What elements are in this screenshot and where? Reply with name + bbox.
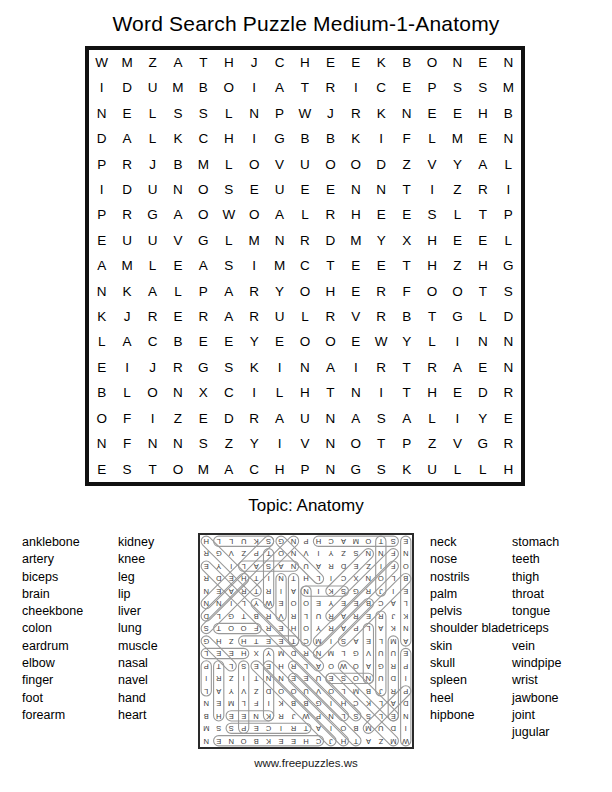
answer-loop	[200, 634, 238, 673]
grid-cell: U	[140, 228, 165, 253]
answer-loop	[263, 549, 273, 609]
site-url: www.freepuzzles.ws	[0, 757, 612, 769]
grid-cell: S	[445, 75, 470, 100]
grid-cell: E	[470, 228, 495, 253]
answer-loop	[276, 574, 286, 622]
grid-cell: H	[496, 457, 521, 482]
grid-cell: O	[343, 152, 368, 177]
grid-cell: B	[165, 152, 190, 177]
grid-cell: A	[394, 406, 419, 431]
grid-cell: G	[191, 228, 216, 253]
grid-cell: E	[191, 406, 216, 431]
grid-cell: E	[369, 253, 394, 278]
grid-cell: E	[343, 279, 368, 304]
word-item: windpipe	[512, 655, 561, 672]
grid-cell: O	[419, 279, 444, 304]
grid-cell: O	[140, 380, 165, 405]
grid-cell: M	[165, 75, 190, 100]
grid-cell: W	[292, 101, 317, 126]
word-item: finger	[22, 672, 83, 689]
word-item: spleen	[430, 672, 512, 689]
grid-cell: L	[445, 202, 470, 227]
grid-cell: F	[114, 431, 139, 456]
grid-cell: R	[165, 355, 190, 380]
grid-cell: O	[318, 152, 343, 177]
grid-cell: H	[419, 253, 444, 278]
grid-cell: J	[114, 304, 139, 329]
grid-cell: H	[216, 50, 241, 75]
grid-cell: R	[496, 380, 521, 405]
grid-cell: O	[241, 202, 266, 227]
grid-cell: U	[267, 177, 292, 202]
grid-cell: B	[394, 50, 419, 75]
grid-cell: E	[343, 330, 368, 355]
grid-cell: L	[114, 380, 139, 405]
word-item: elbow	[22, 655, 83, 672]
grid-cell: S	[496, 279, 521, 304]
grid-cell: N	[496, 50, 521, 75]
word-item: triceps	[512, 620, 561, 637]
grid-cell: E	[165, 253, 190, 278]
word-item: vein	[512, 638, 561, 655]
grid-cell: D	[114, 75, 139, 100]
grid-cell: E	[470, 355, 495, 380]
grid-cell: E	[318, 177, 343, 202]
word-item: anklebone	[22, 534, 83, 551]
grid-cell: E	[470, 126, 495, 151]
grid-cell: L	[140, 126, 165, 151]
answer-loop	[288, 574, 298, 647]
word-item: forearm	[22, 707, 83, 724]
grid-cell: R	[470, 177, 495, 202]
grid-cell: D	[114, 177, 139, 202]
grid-cell: L	[419, 330, 444, 355]
grid-cell: R	[140, 304, 165, 329]
grid-cell: Y	[241, 431, 266, 456]
grid-cell: I	[140, 406, 165, 431]
word-column-4: stomachteeththighthroattonguetricepsvein…	[512, 534, 561, 742]
grid-cell: W	[216, 202, 241, 227]
answer-loop	[201, 661, 211, 696]
grid-cell: G	[445, 304, 470, 329]
answer-loop	[249, 596, 326, 673]
word-item: knee	[118, 551, 158, 568]
grid-cell: L	[140, 101, 165, 126]
grid-cell: E	[369, 202, 394, 227]
grid-cell: J	[241, 50, 266, 75]
word-item: nasal	[118, 655, 158, 672]
word-column-2: kidneykneeleglipliverlungmusclenasalnave…	[118, 534, 158, 724]
answer-loop	[239, 661, 249, 734]
grid-cell: S	[165, 101, 190, 126]
grid-cell: F	[114, 406, 139, 431]
puzzle-page: Word Search Puzzle Medium-1-Anatomy WMZA…	[0, 0, 612, 792]
grid-cell: E	[419, 101, 444, 126]
grid-cell: Y	[241, 330, 266, 355]
grid-cell: R	[114, 152, 139, 177]
grid-cell: E	[445, 101, 470, 126]
grid-cell: I	[343, 355, 368, 380]
grid-cell: L	[216, 228, 241, 253]
word-item: pelvis	[430, 603, 512, 620]
grid-cell: H	[292, 380, 317, 405]
word-item: lip	[118, 586, 158, 603]
grid-cell: V	[445, 431, 470, 456]
grid-cell: O	[241, 152, 266, 177]
grid-cell: J	[140, 355, 165, 380]
grid-cell: E	[445, 380, 470, 405]
grid-cell: L	[267, 380, 292, 405]
grid-cell: K	[369, 50, 394, 75]
grid-cell: O	[191, 177, 216, 202]
grid-cell: A	[216, 279, 241, 304]
grid-cell: R	[419, 355, 444, 380]
word-item: heart	[118, 707, 158, 724]
answer-key-grid: WMZATHJCHEEKBONENIDUMBOIATRICEPSSMNELSSL…	[198, 533, 414, 749]
grid-cell: A	[191, 253, 216, 278]
grid-cell: U	[292, 406, 317, 431]
grid-cell: D	[470, 380, 495, 405]
grid-cell: R	[343, 101, 368, 126]
grid-cell: S	[114, 457, 139, 482]
grid-cell: K	[241, 355, 266, 380]
grid-cell: A	[267, 406, 292, 431]
grid-cell: C	[292, 253, 317, 278]
grid-cell: M	[114, 50, 139, 75]
grid-cell: E	[496, 406, 521, 431]
grid-cell: O	[343, 431, 368, 456]
grid-cell: Z	[445, 253, 470, 278]
grid-cell: I	[496, 177, 521, 202]
grid-cell: I	[445, 406, 470, 431]
grid-cell: K	[165, 126, 190, 151]
grid-cell: G	[267, 126, 292, 151]
grid-cell: C	[191, 126, 216, 151]
grid-cell: L	[496, 228, 521, 253]
grid-cell: O	[216, 75, 241, 100]
answer-loop	[214, 661, 224, 721]
answer-loop	[401, 648, 411, 746]
grid-cell: L	[496, 152, 521, 177]
grid-cell: S	[216, 253, 241, 278]
grid-cell: S	[419, 202, 444, 227]
grid-cell: K	[114, 279, 139, 304]
grid-cell: O	[419, 50, 444, 75]
word-item: nostrils	[430, 569, 512, 586]
word-item: colon	[22, 620, 83, 637]
grid-cell: R	[318, 75, 343, 100]
grid-cell: N	[292, 355, 317, 380]
answer-key-rotated: WMZATHJCHEEKBONENIDUMBOIATRICEPSSMNELSSL…	[200, 535, 412, 747]
grid-cell: I	[241, 380, 266, 405]
grid-cell: B	[191, 75, 216, 100]
grid-cell: L	[140, 253, 165, 278]
word-item: hipbone	[430, 707, 512, 724]
answer-loop	[214, 623, 262, 633]
answer-loop	[401, 536, 411, 646]
grid-cell: N	[89, 101, 114, 126]
grid-cell: E	[267, 330, 292, 355]
grid-cell: M	[191, 152, 216, 177]
grid-cell: M	[191, 457, 216, 482]
grid-cell: A	[89, 253, 114, 278]
word-item: lung	[118, 620, 158, 637]
grid-cell: N	[496, 355, 521, 380]
grid-cell: K	[89, 304, 114, 329]
word-item: skull	[430, 655, 512, 672]
word-column-1: anklebonearterybicepsbraincheekbonecolon…	[22, 534, 83, 724]
grid-cell: S	[216, 355, 241, 380]
grid-cell: T	[394, 355, 419, 380]
grid-cell: A	[445, 355, 470, 380]
grid-cell: V	[267, 152, 292, 177]
grid-cell: B	[292, 126, 317, 151]
grid-cell: N	[369, 177, 394, 202]
word-item: throat	[512, 586, 561, 603]
grid-cell: C	[216, 380, 241, 405]
grid-cell: E	[292, 177, 317, 202]
grid-cell: J	[318, 101, 343, 126]
grid-cell: I	[419, 177, 444, 202]
grid-cell: R	[241, 406, 266, 431]
grid-cell: E	[343, 50, 368, 75]
answer-loop	[226, 711, 274, 721]
grid-cell: V	[292, 431, 317, 456]
grid-cell: P	[496, 202, 521, 227]
grid-cell: I	[89, 75, 114, 100]
grid-cell: U	[140, 177, 165, 202]
grid-cell: C	[140, 330, 165, 355]
grid-cell: U	[267, 304, 292, 329]
grid-cell: I	[343, 75, 368, 100]
word-item: kidney	[118, 534, 158, 551]
word-item: navel	[118, 672, 158, 689]
grid-cell: I	[369, 126, 394, 151]
grid-cell: P	[267, 101, 292, 126]
grid-cell: O	[191, 202, 216, 227]
grid-cell: L	[216, 101, 241, 126]
grid-cell: A	[267, 75, 292, 100]
grid-cell: S	[470, 75, 495, 100]
grid-cell: L	[470, 304, 495, 329]
grid-cell: Y	[445, 152, 470, 177]
grid-cell: T	[369, 431, 394, 456]
grid-cell: L	[419, 126, 444, 151]
grid-cell: E	[216, 330, 241, 355]
word-item: joint	[512, 707, 561, 724]
word-item: teeth	[512, 551, 561, 568]
grid-cell: R	[369, 279, 394, 304]
grid-cell: N	[89, 431, 114, 456]
grid-cell: E	[318, 50, 343, 75]
grid-cell: L	[292, 304, 317, 329]
grid-cell: C	[369, 75, 394, 100]
word-item: foot	[22, 690, 83, 707]
grid-cell: N	[343, 380, 368, 405]
answer-loop	[324, 671, 401, 747]
grid-cell: G	[470, 431, 495, 456]
grid-cell: T	[394, 177, 419, 202]
grid-cell: G	[496, 253, 521, 278]
word-item: palm	[430, 586, 512, 603]
grid-cell: N	[140, 431, 165, 456]
answer-loops	[200, 535, 412, 747]
grid-cell: R	[114, 202, 139, 227]
word-item: leg	[118, 569, 158, 586]
grid-cell: E	[89, 355, 114, 380]
grid-cell: G	[343, 457, 368, 482]
grid-cell: O	[165, 457, 190, 482]
answer-loop	[200, 571, 251, 623]
grid-cell: A	[318, 355, 343, 380]
answer-loop	[311, 559, 400, 648]
word-column-3: necknosenostrilspalmpelvisshoulder blade…	[430, 534, 512, 724]
grid-cell: B	[318, 126, 343, 151]
grid-cell: K	[394, 457, 419, 482]
grid-cell: N	[165, 431, 190, 456]
grid-cell: H	[419, 228, 444, 253]
grid-cell: I	[445, 330, 470, 355]
grid-cell: J	[140, 152, 165, 177]
grid-cell: Z	[394, 152, 419, 177]
grid-cell: E	[165, 304, 190, 329]
grid-cell: N	[496, 330, 521, 355]
grid-cell: T	[318, 253, 343, 278]
grid-cell: E	[343, 253, 368, 278]
grid-cell: T	[318, 380, 343, 405]
word-item: skin	[430, 638, 512, 655]
word-item: nose	[430, 551, 512, 568]
grid-cell: R	[318, 304, 343, 329]
grid-cell: R	[191, 304, 216, 329]
puzzle-title: Word Search Puzzle Medium-1-Anatomy	[0, 12, 612, 36]
grid-cell: T	[419, 304, 444, 329]
word-item: eardrum	[22, 638, 83, 655]
topic-label: Topic: Anatomy	[0, 496, 612, 516]
grid-cell: N	[496, 126, 521, 151]
grid-cell: Y	[369, 228, 394, 253]
grid-cell: P	[89, 152, 114, 177]
grid-cell: I	[241, 253, 266, 278]
grid-cell: O	[445, 279, 470, 304]
grid-cell: Z	[140, 50, 165, 75]
grid-cell: O	[292, 279, 317, 304]
grid-cell: Z	[216, 431, 241, 456]
answer-loop	[324, 546, 401, 623]
grid-cell: I	[241, 75, 266, 100]
grid-cell: V	[419, 152, 444, 177]
grid-cell: O	[318, 330, 343, 355]
answer-loop	[214, 736, 324, 746]
grid-cell: R	[241, 279, 266, 304]
grid-cell: E	[241, 177, 266, 202]
grid-cell: R	[241, 304, 266, 329]
grid-cell: L	[470, 457, 495, 482]
grid-cell: A	[114, 126, 139, 151]
word-item: cheekbone	[22, 603, 83, 620]
grid-cell: A	[267, 202, 292, 227]
grid-cell: F	[394, 279, 419, 304]
word-item: jawbone	[512, 690, 561, 707]
grid-cell: P	[394, 431, 419, 456]
grid-cell: L	[292, 202, 317, 227]
grid-cell: B	[89, 380, 114, 405]
grid-cell: X	[191, 380, 216, 405]
grid-cell: R	[318, 202, 343, 227]
grid-cell: U	[419, 457, 444, 482]
word-item: shoulder blade	[430, 620, 512, 637]
grid-cell: T	[191, 50, 216, 75]
grid-cell: Y	[267, 279, 292, 304]
grid-cell: T	[292, 75, 317, 100]
grid-cell: V	[343, 304, 368, 329]
grid-cell: D	[89, 126, 114, 151]
grid-cell: I	[267, 355, 292, 380]
grid-cell: A	[165, 50, 190, 75]
grid-cell: N	[165, 177, 190, 202]
grid-cell: T	[470, 279, 495, 304]
grid-cell: G	[191, 355, 216, 380]
grid-cell: S	[216, 177, 241, 202]
answer-loop	[376, 536, 386, 596]
grid-cell: B	[394, 304, 419, 329]
grid-cell: D	[369, 152, 394, 177]
grid-cell: R	[369, 355, 394, 380]
grid-cell: W	[89, 50, 114, 75]
word-item: muscle	[118, 638, 158, 655]
word-item: neck	[430, 534, 512, 551]
grid-cell: B	[496, 101, 521, 126]
word-item: tongue	[512, 603, 561, 620]
grid-cell: X	[394, 228, 419, 253]
grid-cell: Y	[470, 406, 495, 431]
grid-cell: N	[241, 101, 266, 126]
grid-cell: T	[394, 380, 419, 405]
grid-cell: N	[343, 177, 368, 202]
word-item: hand	[118, 690, 158, 707]
grid-cell: M	[343, 228, 368, 253]
grid-cell: N	[165, 380, 190, 405]
grid-cell: K	[343, 126, 368, 151]
word-item: artery	[22, 551, 83, 568]
grid-cell: H	[343, 202, 368, 227]
grid-cell: E	[394, 75, 419, 100]
grid-cell: A	[216, 457, 241, 482]
grid-cell: L	[165, 279, 190, 304]
grid-cell: N	[318, 457, 343, 482]
grid-cell: N	[445, 50, 470, 75]
word-item: jugular	[512, 724, 561, 741]
grid-cell: I	[89, 177, 114, 202]
grid-cell: E	[191, 330, 216, 355]
grid-cell: L	[419, 406, 444, 431]
grid-cell: T	[140, 457, 165, 482]
grid-cell: K	[369, 101, 394, 126]
grid-cell: I	[114, 355, 139, 380]
grid-cell: D	[216, 406, 241, 431]
grid-cell: M	[445, 126, 470, 151]
grid-cell: A	[470, 152, 495, 177]
grid-cell: M	[267, 253, 292, 278]
grid-cell: E	[89, 457, 114, 482]
grid-cell: H	[318, 279, 343, 304]
grid-cell: E	[394, 202, 419, 227]
grid-cell: E	[114, 101, 139, 126]
grid-cell: L	[89, 330, 114, 355]
grid-cell: Z	[165, 406, 190, 431]
answer-loop	[376, 611, 386, 696]
grid-cell: P	[292, 457, 317, 482]
